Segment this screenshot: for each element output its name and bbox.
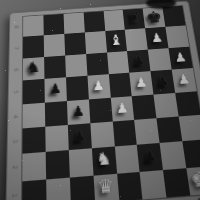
rank-label: 4	[12, 114, 18, 118]
square-a3[interactable]	[22, 127, 45, 154]
white-pawn-piece[interactable]: ♟	[135, 75, 149, 89]
white-knight-piece[interactable]: ♞	[96, 150, 112, 169]
square-c2[interactable]	[69, 149, 94, 178]
square-f3[interactable]	[135, 118, 160, 145]
square-e1[interactable]	[117, 172, 143, 200]
rank-label: 6	[13, 68, 19, 72]
square-e6[interactable]	[107, 51, 130, 74]
square-c4[interactable]: ♟	[67, 99, 90, 125]
square-c1[interactable]	[70, 175, 95, 200]
board-border: 87654321 ♜♚♝♟♞♟♟♟♟♟♟♟♟♟♟♞♟♛♚ ❖	[5, 1, 200, 200]
film-grain	[0, 0, 1, 1]
square-e5[interactable]	[108, 73, 132, 98]
black-pawn-piece[interactable]: ♟	[49, 82, 62, 96]
square-f5[interactable]: ♟	[130, 71, 154, 95]
square-c7[interactable]	[64, 33, 86, 56]
square-d5[interactable]: ♟	[87, 74, 110, 99]
square-e2[interactable]	[114, 145, 140, 173]
white-bishop-piece[interactable]: ♝	[109, 33, 124, 48]
square-h6[interactable]: ♟	[169, 46, 193, 69]
black-pawn-piece[interactable]: ♟	[73, 128, 87, 144]
chess-board: 87654321 ♜♚♝♟♞♟♟♟♟♟♟♟♟♟♟♞♟♛♚ ❖	[5, 1, 200, 200]
rank-labels: 87654321	[8, 17, 23, 200]
square-d8[interactable]	[83, 11, 105, 33]
black-pawn-piece[interactable]: ♟	[132, 53, 145, 66]
square-f8[interactable]: ♜	[123, 9, 145, 30]
square-c5[interactable]	[66, 76, 89, 101]
white-pawn-piece[interactable]: ♟	[115, 100, 129, 115]
square-h7[interactable]	[166, 26, 190, 48]
photo-stage: 87654321 ♜♚♝♟♞♟♟♟♟♟♟♟♟♟♟♞♟♛♚ ❖	[0, 0, 200, 200]
white-king-piece[interactable]: ♚	[189, 168, 200, 191]
square-c3[interactable]: ♟	[68, 123, 92, 150]
rank-label: 7	[13, 46, 19, 50]
square-f6[interactable]: ♟	[127, 49, 150, 72]
square-b8[interactable]	[43, 14, 64, 36]
square-h8[interactable]	[163, 6, 186, 27]
square-d6[interactable]	[86, 52, 109, 76]
square-b3[interactable]	[45, 125, 68, 152]
black-rook-piece[interactable]: ♜	[127, 11, 142, 25]
square-e8[interactable]	[103, 10, 125, 31]
square-a5[interactable]	[23, 79, 45, 104]
white-queen-piece[interactable]: ♛	[97, 177, 115, 198]
white-pawn-piece[interactable]: ♟	[150, 31, 163, 44]
square-b6[interactable]	[44, 55, 66, 79]
square-f4[interactable]	[132, 94, 157, 120]
black-knight-piece[interactable]: ♞	[27, 60, 41, 76]
square-d2[interactable]: ♞	[92, 147, 117, 176]
black-pawn-piece[interactable]: ♟	[142, 148, 157, 164]
square-a8[interactable]	[23, 15, 44, 37]
square-b7[interactable]	[44, 34, 65, 57]
square-a4[interactable]	[23, 102, 46, 128]
board-maker-logo-icon: ❖	[193, 195, 200, 200]
white-pawn-piece[interactable]: ♟	[174, 50, 188, 63]
black-king-piece[interactable]: ♚	[145, 9, 163, 26]
square-d7[interactable]	[85, 31, 107, 53]
black-pawn-piece[interactable]: ♟	[71, 103, 84, 118]
square-b1[interactable]	[46, 177, 71, 200]
square-f1[interactable]	[140, 170, 167, 200]
square-d1[interactable]: ♛	[93, 173, 119, 200]
black-pawn-piece[interactable]: ♟	[156, 74, 170, 88]
square-a7[interactable]	[23, 36, 44, 59]
square-h3[interactable]	[179, 115, 200, 142]
square-b5[interactable]: ♟	[44, 77, 66, 102]
rank-label: 3	[12, 139, 18, 144]
square-d3[interactable]	[90, 121, 114, 148]
square-a2[interactable]	[22, 152, 46, 181]
board-grid: ♜♚♝♟♞♟♟♟♟♟♟♟♟♟♟♞♟♛♚	[22, 6, 200, 200]
square-h2[interactable]	[182, 140, 200, 168]
square-a1[interactable]	[22, 179, 46, 200]
square-f2[interactable]: ♟	[137, 143, 163, 171]
rank-label: 5	[13, 91, 19, 95]
square-b4[interactable]	[45, 101, 68, 127]
square-c8[interactable]	[63, 13, 84, 35]
rank-label: 1	[11, 193, 18, 198]
square-e3[interactable]	[112, 120, 137, 147]
rank-label: 8	[14, 25, 20, 29]
square-a6[interactable]: ♞	[23, 57, 44, 81]
square-b2[interactable]	[46, 150, 70, 179]
white-pawn-piece[interactable]: ♟	[177, 72, 191, 86]
square-h4[interactable]	[175, 91, 200, 116]
square-e7[interactable]: ♝	[105, 30, 127, 52]
square-e4[interactable]: ♟	[110, 96, 134, 122]
square-d4[interactable]	[89, 97, 113, 123]
square-f7[interactable]	[125, 29, 148, 51]
square-c6[interactable]	[65, 54, 87, 78]
rank-label: 2	[12, 166, 18, 171]
white-pawn-piece[interactable]: ♟	[92, 79, 105, 93]
square-h5[interactable]: ♟	[172, 68, 197, 92]
